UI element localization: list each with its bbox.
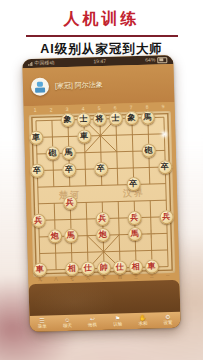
toolbar-item-chat[interactable]: ☺聊天 xyxy=(63,317,72,329)
toolbar-label-settings: 设置 xyxy=(163,321,172,326)
piece-red-馬-r7c2[interactable]: 馬 xyxy=(63,229,77,243)
toolbar-item-draw[interactable]: ✋求和 xyxy=(138,315,147,327)
col-label-2: 2 xyxy=(50,106,53,112)
col-label-7: 7 xyxy=(130,104,133,110)
bottom-col-label-6: 四 xyxy=(118,274,122,279)
col-label-3: 3 xyxy=(66,106,69,112)
piece-black-士-r0c3[interactable]: 士 xyxy=(76,112,90,126)
piece-red-兵-r6c8[interactable]: 兵 xyxy=(159,210,173,224)
last-move-marker xyxy=(161,131,167,137)
bottom-col-label-4: 六 xyxy=(86,275,90,280)
col-label-5: 5 xyxy=(98,105,101,111)
piece-red-炮-r7c1[interactable]: 炮 xyxy=(47,229,61,243)
board-zone: 123456789 楚河 xyxy=(24,102,180,284)
bottom-col-label-1: 九 xyxy=(38,277,42,282)
piece-black-象-r0c6[interactable]: 象 xyxy=(124,111,138,125)
page-subtitle: AI级别从家冠到大师 xyxy=(0,41,203,58)
piece-black-将-r0c4[interactable]: 将 xyxy=(92,112,106,126)
page-title: 人机训练 xyxy=(0,9,203,30)
piece-black-卒-r3c2[interactable]: 卒 xyxy=(62,163,76,177)
piece-red-炮-r7c4[interactable]: 炮 xyxy=(95,228,109,242)
toolbar-item-menu[interactable]: ☰菜单 xyxy=(38,318,47,330)
bottom-col-label-9: 一 xyxy=(166,273,170,278)
robot-icon xyxy=(35,81,45,92)
piece-black-卒-r3c8[interactable]: 卒 xyxy=(158,160,172,174)
piece-black-砲-r2c7[interactable]: 砲 xyxy=(141,144,155,158)
col-label-6: 6 xyxy=(114,105,117,111)
toolbar-item-settings[interactable]: ⚙设置 xyxy=(163,314,172,326)
piece-black-卒-r3c4[interactable]: 卒 xyxy=(94,162,108,176)
toolbar-label-draw: 求和 xyxy=(138,322,147,327)
board-grid: 楚河 汉界 xyxy=(28,111,174,277)
piece-red-兵-r6c0[interactable]: 兵 xyxy=(31,213,45,227)
toolbar-label-resign: 认输 xyxy=(113,323,122,328)
piece-black-砲-r2c1[interactable]: 砲 xyxy=(45,146,59,160)
battery-icon xyxy=(157,57,167,63)
piece-black-馬-r2c2[interactable]: 馬 xyxy=(61,146,75,160)
opponent-name: [家冠] 阿尔法象 xyxy=(55,80,103,91)
opponent-avatar[interactable] xyxy=(31,77,49,95)
piece-red-馬-r7c6[interactable]: 馬 xyxy=(127,227,141,241)
toolbar-label-undo: 悔棋 xyxy=(88,323,97,328)
phone-mockup: 中国移动 19:47 64% [家冠] 阿尔法象 123456789 xyxy=(22,55,181,332)
col-label-9: 9 xyxy=(162,103,165,109)
piece-black-馬-r0c7[interactable]: 馬 xyxy=(140,110,154,124)
toolbar-label-chat: 聊天 xyxy=(63,324,72,329)
clock-label: 19:47 xyxy=(93,57,106,66)
toolbar-item-resign[interactable]: ⚑认输 xyxy=(113,316,122,328)
carrier-label: 中国移动 xyxy=(34,58,54,68)
bottom-col-label-8: 二 xyxy=(150,274,154,279)
opponent-bar: [家冠] 阿尔法象 xyxy=(22,64,174,106)
toolbar-label-menu: 菜单 xyxy=(38,325,47,330)
bottom-col-label-5: 五 xyxy=(102,275,106,280)
col-label-1: 1 xyxy=(34,107,37,113)
title-divider xyxy=(26,35,178,37)
piece-black-士-r0c5[interactable]: 士 xyxy=(108,111,122,125)
bottom-col-label-7: 三 xyxy=(134,274,138,279)
bottom-col-label-2: 八 xyxy=(54,276,58,281)
piece-black-車-r1c0[interactable]: 車 xyxy=(29,130,43,144)
col-label-4: 4 xyxy=(82,105,85,111)
bottom-col-label-3: 七 xyxy=(70,276,74,281)
piece-black-象-r0c2[interactable]: 象 xyxy=(60,113,74,127)
xiangqi-board[interactable]: 楚河 汉界 象士将士象馬車車砲馬砲卒卒卒卒卒兵兵兵兵兵炮馬炮馬車相仕帥仕相車 xyxy=(28,111,174,277)
piece-red-兵-r6c6[interactable]: 兵 xyxy=(127,210,141,224)
battery-percent: 64% xyxy=(145,55,155,64)
piece-red-兵-r5c2[interactable]: 兵 xyxy=(63,196,77,210)
signal-icon xyxy=(28,61,32,65)
piece-red-兵-r6c4[interactable]: 兵 xyxy=(95,211,109,225)
bottom-panel: ☰菜单☺聊天↩悔棋⚑认输✋求和⚙设置 xyxy=(29,280,181,332)
piece-black-卒-r3c0[interactable]: 卒 xyxy=(30,163,44,177)
promo-header: 人机训练 AI级别从家冠到大师 xyxy=(0,0,203,58)
piece-black-車-r1c3[interactable]: 車 xyxy=(77,129,91,143)
col-label-8: 8 xyxy=(146,104,149,110)
toolbar-item-undo[interactable]: ↩悔棋 xyxy=(88,316,97,328)
